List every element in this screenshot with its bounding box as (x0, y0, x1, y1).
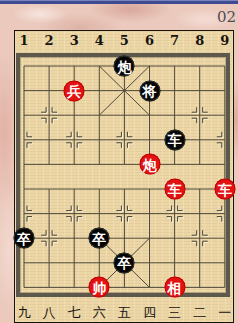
piece-black-soldier[interactable]: 卒 (14, 228, 35, 249)
piece-black-cannon[interactable]: 炮 (114, 56, 135, 77)
file-label-bottom-8: 二 (193, 304, 206, 322)
file-label-top-9: 9 (220, 33, 229, 48)
piece-black-soldier[interactable]: 卒 (114, 252, 135, 273)
file-label-top-6: 6 (145, 33, 154, 48)
file-label-top-4: 4 (95, 33, 104, 48)
file-label-bottom-6: 四 (143, 304, 156, 322)
file-label-top-1: 1 (19, 33, 28, 48)
piece-black-chariot[interactable]: 车 (164, 129, 185, 150)
file-label-top-5: 5 (120, 33, 129, 48)
piece-red-elephant[interactable]: 相 (164, 277, 185, 298)
file-label-top-2: 2 (45, 33, 54, 48)
piece-red-soldier[interactable]: 兵 (64, 80, 85, 101)
file-label-bottom-5: 五 (118, 304, 131, 322)
puzzle-number: 02 (217, 8, 236, 26)
piece-red-chariot[interactable]: 车 (164, 179, 185, 200)
file-label-bottom-7: 三 (168, 304, 181, 322)
app-window: 02 123456789 九八七六五四三二一 炮兵将车炮车车卒卒卒帅相 (0, 0, 238, 323)
piece-red-cannon[interactable]: 炮 (139, 154, 160, 175)
file-label-top-7: 7 (170, 33, 179, 48)
piece-red-chariot[interactable]: 车 (214, 179, 235, 200)
file-label-top-3: 3 (70, 33, 79, 48)
window-top-bar (0, 0, 238, 4)
file-label-top-8: 8 (195, 33, 204, 48)
file-label-bottom-1: 九 (18, 304, 31, 322)
file-label-bottom-9: 一 (218, 304, 231, 322)
piece-black-soldier[interactable]: 卒 (89, 228, 110, 249)
file-label-bottom-2: 八 (43, 304, 56, 322)
file-label-bottom-3: 七 (68, 304, 81, 322)
piece-black-general[interactable]: 将 (139, 80, 160, 101)
piece-red-general[interactable]: 帅 (89, 277, 110, 298)
file-label-bottom-4: 六 (93, 304, 106, 322)
xiangqi-board[interactable]: 123456789 九八七六五四三二一 炮兵将车炮车车卒卒卒帅相 (14, 30, 234, 323)
